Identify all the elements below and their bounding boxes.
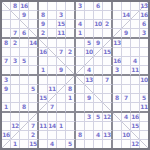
cell-r8-c9-empty[interactable]	[76, 66, 85, 76]
cell-r7-c8-empty[interactable]	[66, 57, 76, 66]
cell-r1-c8-empty[interactable]	[66, 2, 76, 11]
cell-r12-c14-empty[interactable]	[122, 103, 131, 113]
cell-r1-c3-given[interactable]: 16	[20, 2, 29, 11]
cell-r9-c4-empty[interactable]	[29, 76, 39, 85]
cell-r6-c6-empty[interactable]	[48, 48, 57, 57]
cell-r3-c16-given[interactable]: 6	[140, 20, 148, 29]
cell-r14-c8-empty[interactable]	[66, 122, 76, 131]
cell-r11-c1-empty[interactable]	[2, 94, 11, 103]
cell-r16-c5-empty[interactable]	[39, 140, 48, 148]
cell-r15-c5-empty[interactable]	[39, 131, 48, 140]
cell-r1-c5-empty[interactable]	[39, 2, 48, 11]
cell-r2-c1-empty[interactable]	[2, 11, 11, 20]
cell-r8-c13-given[interactable]: 3	[113, 66, 122, 76]
cell-r12-c5-empty[interactable]	[39, 103, 48, 113]
cell-r7-c12-empty[interactable]	[103, 57, 113, 66]
cell-r9-c10-given[interactable]: 13	[85, 76, 94, 85]
cell-r12-c1-given[interactable]: 1	[2, 103, 11, 113]
cell-r7-c15-given[interactable]: 4	[131, 57, 140, 66]
cell-r10-c11-empty[interactable]	[94, 85, 103, 94]
cell-r10-c12-empty[interactable]	[103, 85, 113, 94]
cell-r5-c7-empty[interactable]	[57, 39, 66, 48]
cell-r10-c2-empty[interactable]	[11, 85, 20, 94]
cell-r16-c7-empty[interactable]	[57, 140, 66, 148]
cell-r11-c3-empty[interactable]	[20, 94, 29, 103]
cell-r8-c3-empty[interactable]	[20, 66, 29, 76]
cell-r5-c8-empty[interactable]	[66, 39, 76, 48]
cell-r13-c4-empty[interactable]	[29, 113, 39, 122]
cell-r4-c5-given[interactable]: 2	[39, 29, 48, 39]
cell-r7-c3-given[interactable]: 5	[20, 57, 29, 66]
cell-r9-c16-given[interactable]: 10	[140, 76, 148, 85]
cell-r2-c7-given[interactable]: 3	[57, 11, 66, 20]
cell-r14-c14-empty[interactable]	[122, 122, 131, 131]
cell-r7-c1-given[interactable]: 7	[2, 57, 11, 66]
cell-r15-c15-empty[interactable]	[131, 131, 140, 140]
cell-r9-c7-empty[interactable]	[57, 76, 66, 85]
cell-r2-c11-empty[interactable]	[94, 11, 103, 20]
cell-r10-c6-given[interactable]: 11	[48, 85, 57, 94]
cell-r9-c1-given[interactable]: 3	[2, 76, 11, 85]
cell-r14-c12-empty[interactable]	[103, 122, 113, 131]
cell-r4-c3-given[interactable]: 6	[20, 29, 29, 39]
cell-r7-c5-empty[interactable]	[39, 57, 48, 66]
cell-r10-c8-given[interactable]: 8	[66, 85, 76, 94]
cell-r3-c5-given[interactable]: 9	[39, 20, 48, 29]
cell-r14-c2-given[interactable]: 12	[11, 122, 20, 131]
cell-r6-c4-empty[interactable]	[29, 48, 39, 57]
cell-r8-c4-empty[interactable]	[29, 66, 39, 76]
cell-r13-c10-given[interactable]: 3	[85, 113, 94, 122]
cell-r11-c2-empty[interactable]	[11, 94, 20, 103]
cell-r8-c11-empty[interactable]	[94, 66, 103, 76]
cell-r7-c2-given[interactable]: 3	[11, 57, 20, 66]
cell-r12-c10-empty[interactable]	[85, 103, 94, 113]
cell-r11-c9-empty[interactable]	[76, 94, 85, 103]
cell-r10-c13-empty[interactable]	[113, 85, 122, 94]
cell-r9-c11-empty[interactable]	[94, 76, 103, 85]
cell-r2-c5-given[interactable]: 8	[39, 11, 48, 20]
cell-r7-c14-empty[interactable]	[122, 57, 131, 66]
cell-r7-c6-empty[interactable]	[48, 57, 57, 66]
cell-r16-c11-empty[interactable]	[94, 140, 103, 148]
cell-r13-c15-given[interactable]: 16	[131, 113, 140, 122]
cell-r16-c15-given[interactable]: 12	[131, 140, 140, 148]
cell-r2-c14-given[interactable]: 14	[122, 11, 131, 20]
cell-r16-c10-empty[interactable]	[85, 140, 94, 148]
cell-r3-c3-empty[interactable]	[20, 20, 29, 29]
cell-r14-c1-empty[interactable]	[2, 122, 11, 131]
cell-r15-c8-empty[interactable]	[66, 131, 76, 140]
cell-r9-c6-empty[interactable]	[48, 76, 57, 85]
cell-r1-c16-given[interactable]: 13	[140, 2, 148, 11]
cell-r5-c2-given[interactable]: 2	[11, 39, 20, 48]
cell-r16-c3-empty[interactable]	[20, 140, 29, 148]
cell-r10-c9-empty[interactable]	[76, 85, 85, 94]
cell-r11-c11-empty[interactable]	[94, 94, 103, 103]
sudoku-board: 8163613983141691541026762111938214591316…	[0, 0, 150, 150]
cell-r11-c14-given[interactable]: 7	[122, 94, 131, 103]
cell-r9-c12-given[interactable]: 7	[103, 76, 113, 85]
cell-r9-c9-empty[interactable]	[76, 76, 85, 85]
cell-r2-c15-empty[interactable]	[131, 11, 140, 20]
cell-r15-c9-given[interactable]: 8	[76, 131, 85, 140]
cell-r15-c3-empty[interactable]	[20, 131, 29, 140]
cell-r6-c1-empty[interactable]	[2, 48, 11, 57]
cell-r4-c2-given[interactable]: 7	[11, 29, 20, 39]
cell-r8-c7-given[interactable]: 9	[57, 66, 66, 76]
cell-r14-c13-empty[interactable]	[113, 122, 122, 131]
cell-r13-c3-empty[interactable]	[20, 113, 29, 122]
cell-r3-c6-empty[interactable]	[48, 20, 57, 29]
cell-r13-c11-given[interactable]: 5	[94, 113, 103, 122]
cell-r16-c12-empty[interactable]	[103, 140, 113, 148]
cell-r13-c6-empty[interactable]	[48, 113, 57, 122]
cell-r10-c5-empty[interactable]	[39, 85, 48, 94]
cell-r1-c14-empty[interactable]	[122, 2, 131, 11]
cell-r14-c7-given[interactable]: 1	[57, 122, 66, 131]
cell-r10-c4-given[interactable]: 5	[29, 85, 39, 94]
cell-r7-c11-empty[interactable]	[94, 57, 103, 66]
cell-r9-c5-empty[interactable]	[39, 76, 48, 85]
cell-r10-c1-given[interactable]: 9	[2, 85, 11, 94]
cell-r4-c1-empty[interactable]	[2, 29, 11, 39]
cell-r5-c3-empty[interactable]	[20, 39, 29, 48]
cell-r6-c5-given[interactable]: 16	[39, 48, 48, 57]
cell-r4-c12-empty[interactable]	[103, 29, 113, 39]
cell-r6-c7-given[interactable]: 7	[57, 48, 66, 57]
cell-r3-c15-empty[interactable]	[131, 20, 140, 29]
cell-r14-c16-empty[interactable]	[140, 122, 148, 131]
cell-r4-c13-empty[interactable]	[113, 29, 122, 39]
cell-r1-c11-given[interactable]: 6	[94, 2, 103, 11]
cell-r10-c14-empty[interactable]	[122, 85, 131, 94]
cell-r1-c12-empty[interactable]	[103, 2, 113, 11]
cell-r5-c6-empty[interactable]	[48, 39, 57, 48]
cell-r6-c15-empty[interactable]	[131, 48, 140, 57]
cell-r4-c9-given[interactable]: 1	[76, 29, 85, 39]
cell-r7-c7-empty[interactable]	[57, 57, 66, 66]
cell-r15-c16-empty[interactable]	[140, 131, 148, 140]
cell-r13-c13-empty[interactable]	[113, 113, 122, 122]
cell-r14-c15-given[interactable]: 15	[131, 122, 140, 131]
cell-r4-c8-empty[interactable]	[66, 29, 76, 39]
cell-r3-c4-empty[interactable]	[29, 20, 39, 29]
cell-r6-c10-given[interactable]: 10	[85, 48, 94, 57]
cell-r13-c1-empty[interactable]	[2, 113, 11, 122]
cell-r1-c10-empty[interactable]	[85, 2, 94, 11]
cell-r3-c12-given[interactable]: 2	[103, 20, 113, 29]
cell-r14-c3-empty[interactable]	[20, 122, 29, 131]
cell-r6-c2-empty[interactable]	[11, 48, 20, 57]
cell-r14-c10-empty[interactable]	[85, 122, 94, 131]
cell-r14-c4-given[interactable]: 7	[29, 122, 39, 131]
cell-r2-c6-empty[interactable]	[48, 11, 57, 20]
cell-r4-c4-empty[interactable]	[29, 29, 39, 39]
cell-r12-c16-given[interactable]: 11	[140, 103, 148, 113]
cell-r16-c6-given[interactable]: 4	[48, 140, 57, 148]
cell-r1-c4-empty[interactable]	[29, 2, 39, 11]
cell-r10-c7-empty[interactable]	[57, 85, 66, 94]
cell-r4-c10-empty[interactable]	[85, 29, 94, 39]
cell-r11-c16-given[interactable]: 5	[140, 94, 148, 103]
cell-r2-c13-empty[interactable]	[113, 11, 122, 20]
cell-r6-c12-given[interactable]: 15	[103, 48, 113, 57]
cell-r12-c6-given[interactable]: 7	[48, 103, 57, 113]
cell-r15-c13-empty[interactable]	[113, 131, 122, 140]
cell-r6-c3-empty[interactable]	[20, 48, 29, 57]
cell-r14-c6-given[interactable]: 14	[48, 122, 57, 131]
cell-r3-c11-given[interactable]: 10	[94, 20, 103, 29]
cell-r14-c5-given[interactable]: 11	[39, 122, 48, 131]
cell-r3-c1-empty[interactable]	[2, 20, 11, 29]
cell-r12-c9-empty[interactable]	[76, 103, 85, 113]
cell-r11-c4-empty[interactable]	[29, 94, 39, 103]
cell-r9-c15-empty[interactable]	[131, 76, 140, 85]
cell-r3-c10-empty[interactable]	[85, 20, 94, 29]
cell-r14-c11-empty[interactable]	[94, 122, 103, 131]
cell-r6-c9-empty[interactable]	[76, 48, 85, 57]
cell-r5-c10-given[interactable]: 5	[85, 39, 94, 48]
cell-r9-c13-empty[interactable]	[113, 76, 122, 85]
cell-r12-c15-empty[interactable]	[131, 103, 140, 113]
cell-r13-c9-empty[interactable]	[76, 113, 85, 122]
cell-r16-c2-given[interactable]: 1	[11, 140, 20, 148]
cell-r12-c12-empty[interactable]	[103, 103, 113, 113]
cell-r11-c12-empty[interactable]	[103, 94, 113, 103]
cell-r3-c9-given[interactable]: 4	[76, 20, 85, 29]
cell-r10-c3-empty[interactable]	[20, 85, 29, 94]
cell-r5-c15-empty[interactable]	[131, 39, 140, 48]
cell-r15-c12-given[interactable]: 13	[103, 131, 113, 140]
cell-r7-c4-empty[interactable]	[29, 57, 39, 66]
cell-r9-c3-empty[interactable]	[20, 76, 29, 85]
cell-r5-c13-given[interactable]: 13	[113, 39, 122, 48]
cell-r5-c4-given[interactable]: 14	[29, 39, 39, 48]
cell-r4-c14-given[interactable]: 9	[122, 29, 131, 39]
cell-r3-c2-empty[interactable]	[11, 20, 20, 29]
cell-r16-c1-empty[interactable]	[2, 140, 11, 148]
cell-r14-c9-empty[interactable]	[76, 122, 85, 131]
cell-r12-c7-empty[interactable]	[57, 103, 66, 113]
cell-r5-c14-empty[interactable]	[122, 39, 131, 48]
cell-r5-c9-empty[interactable]	[76, 39, 85, 48]
cell-r13-c7-empty[interactable]	[57, 113, 66, 122]
cell-r5-c5-empty[interactable]	[39, 39, 48, 48]
cell-r12-c4-empty[interactable]	[29, 103, 39, 113]
cell-r16-c16-empty[interactable]	[140, 140, 148, 148]
cell-r15-c11-given[interactable]: 4	[94, 131, 103, 140]
cell-r8-c14-empty[interactable]	[122, 66, 131, 76]
cell-r5-c1-given[interactable]: 8	[2, 39, 11, 48]
cell-r3-c7-given[interactable]: 15	[57, 20, 66, 29]
cell-r8-c5-given[interactable]: 1	[39, 66, 48, 76]
cell-r10-c16-empty[interactable]	[140, 85, 148, 94]
cell-r1-c9-given[interactable]: 3	[76, 2, 85, 11]
cell-r8-c8-empty[interactable]	[66, 66, 76, 76]
cell-r11-c6-empty[interactable]	[48, 94, 57, 103]
cell-r8-c12-empty[interactable]	[103, 66, 113, 76]
cell-r2-c12-empty[interactable]	[103, 11, 113, 20]
cell-r1-c6-empty[interactable]	[48, 2, 57, 11]
cell-r4-c7-given[interactable]: 11	[57, 29, 66, 39]
cell-r1-c13-empty[interactable]	[113, 2, 122, 11]
cell-r11-c5-given[interactable]: 15	[39, 94, 48, 103]
cell-r5-c11-given[interactable]: 9	[94, 39, 103, 48]
cell-r8-c1-empty[interactable]	[2, 66, 11, 76]
cell-r11-c10-given[interactable]: 9	[85, 94, 94, 103]
cell-r1-c15-empty[interactable]	[131, 2, 140, 11]
cell-r5-c12-empty[interactable]	[103, 39, 113, 48]
cell-r9-c8-empty[interactable]	[66, 76, 76, 85]
cell-r2-c2-empty[interactable]	[11, 11, 20, 20]
cell-r16-c8-given[interactable]: 5	[66, 140, 76, 148]
cell-r15-c1-given[interactable]: 16	[2, 131, 11, 140]
cell-r13-c8-empty[interactable]	[66, 113, 76, 122]
cell-r13-c12-given[interactable]: 12	[103, 113, 113, 122]
cell-r2-c9-empty[interactable]	[76, 11, 85, 20]
cell-r8-c15-given[interactable]: 11	[131, 66, 140, 76]
cell-r3-c8-empty[interactable]	[66, 20, 76, 29]
cell-r8-c6-empty[interactable]	[48, 66, 57, 76]
cell-r12-c13-empty[interactable]	[113, 103, 122, 113]
cell-r13-c14-given[interactable]: 4	[122, 113, 131, 122]
cell-r2-c4-empty[interactable]	[29, 11, 39, 20]
cell-r11-c13-given[interactable]: 8	[113, 94, 122, 103]
cell-r3-c14-empty[interactable]	[122, 20, 131, 29]
cell-r15-c6-empty[interactable]	[48, 131, 57, 140]
cell-r3-c13-empty[interactable]	[113, 20, 122, 29]
cell-r15-c4-given[interactable]: 2	[29, 131, 39, 140]
cell-r1-c2-given[interactable]: 8	[11, 2, 20, 11]
cell-r9-c14-empty[interactable]	[122, 76, 131, 85]
cell-r7-c16-empty[interactable]	[140, 57, 148, 66]
cell-r16-c9-empty[interactable]	[76, 140, 85, 148]
cell-r12-c2-empty[interactable]	[11, 103, 20, 113]
cell-r4-c16-given[interactable]: 3	[140, 29, 148, 39]
cell-r4-c6-empty[interactable]	[48, 29, 57, 39]
cell-r8-c16-empty[interactable]	[140, 66, 148, 76]
cell-r1-c7-empty[interactable]	[57, 2, 66, 11]
cell-r15-c14-given[interactable]: 10	[122, 131, 131, 140]
cell-r6-c11-empty[interactable]	[94, 48, 103, 57]
cell-r2-c3-given[interactable]: 9	[20, 11, 29, 20]
cell-r7-c13-given[interactable]: 16	[113, 57, 122, 66]
cell-r1-c1-empty[interactable]	[2, 2, 11, 11]
cell-r11-c15-empty[interactable]	[131, 94, 140, 103]
cell-r11-c8-given[interactable]: 1	[66, 94, 76, 103]
cell-r12-c3-given[interactable]: 8	[20, 103, 29, 113]
cell-r13-c16-empty[interactable]	[140, 113, 148, 122]
cell-r7-c10-empty[interactable]	[85, 57, 94, 66]
cell-r6-c8-given[interactable]: 2	[66, 48, 76, 57]
cell-r16-c14-empty[interactable]	[122, 140, 131, 148]
cell-r5-c16-empty[interactable]	[140, 39, 148, 48]
cell-r15-c2-empty[interactable]	[11, 131, 20, 140]
cell-r4-c11-empty[interactable]	[94, 29, 103, 39]
cell-r10-c15-empty[interactable]	[131, 85, 140, 94]
cell-r6-c14-empty[interactable]	[122, 48, 131, 57]
cell-r2-c16-given[interactable]: 16	[140, 11, 148, 20]
cell-r11-c7-empty[interactable]	[57, 94, 66, 103]
cell-r8-c2-empty[interactable]	[11, 66, 20, 76]
cell-r15-c7-empty[interactable]	[57, 131, 66, 140]
cell-r7-c9-empty[interactable]	[76, 57, 85, 66]
cell-r8-c10-given[interactable]: 4	[85, 66, 94, 76]
cell-r12-c8-empty[interactable]	[66, 103, 76, 113]
cell-r4-c15-empty[interactable]	[131, 29, 140, 39]
cell-r13-c5-empty[interactable]	[39, 113, 48, 122]
cell-r13-c2-empty[interactable]	[11, 113, 20, 122]
cell-r16-c13-empty[interactable]	[113, 140, 122, 148]
cell-r10-c10-empty[interactable]	[85, 85, 94, 94]
cell-r2-c8-empty[interactable]	[66, 11, 76, 20]
cell-r16-c4-given[interactable]: 15	[29, 140, 39, 148]
cell-r6-c16-empty[interactable]	[140, 48, 148, 57]
cell-r15-c10-empty[interactable]	[85, 131, 94, 140]
cell-r12-c11-empty[interactable]	[94, 103, 103, 113]
cell-r2-c10-empty[interactable]	[85, 11, 94, 20]
cell-r6-c13-empty[interactable]	[113, 48, 122, 57]
cell-r9-c2-empty[interactable]	[11, 76, 20, 85]
